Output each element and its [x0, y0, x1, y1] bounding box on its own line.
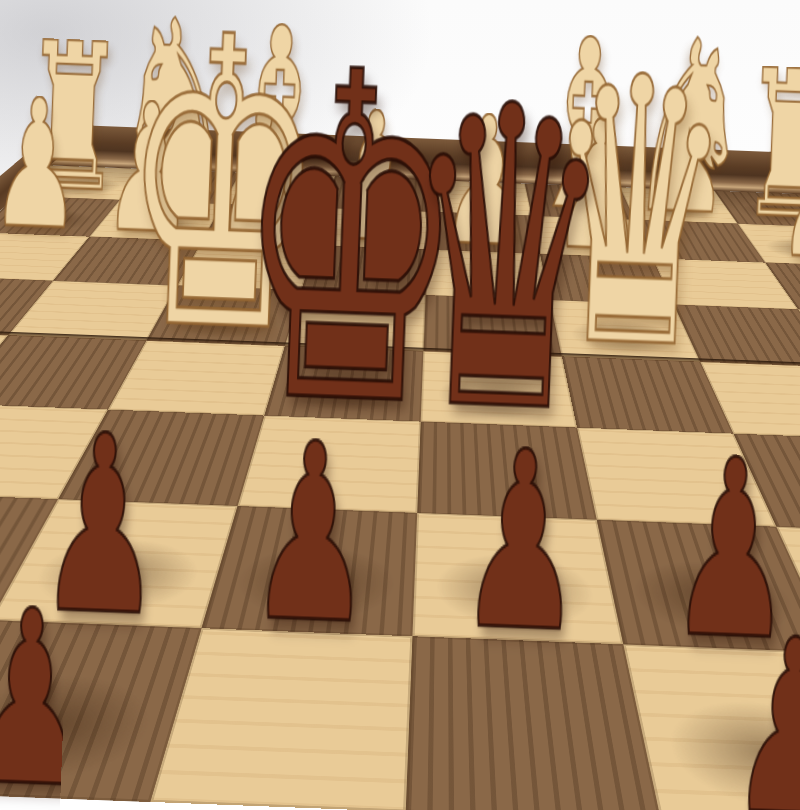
black-queen-e4[interactable]: ♛: [394, 95, 616, 427]
black-pawn-d2[interactable]: ♟: [246, 436, 377, 632]
board-stage: ♜♞♝♝♞♜♟♟♟♟♟♟♟♚♛♚♛♟♟♟♟♟♟: [21, 165, 800, 810]
square-f1[interactable]: ♟: [623, 644, 800, 810]
chess-board: ♜♞♝♝♞♜♟♟♟♟♟♟♟♚♛♚♛♟♟♟♟♟♟: [0, 165, 800, 810]
chess-photo-canvas: { "game": "chess", "scene": "Angled phot…: [0, 0, 800, 810]
chessboard-photo: ♜♞♝♝♞♜♟♟♟♟♟♟♟♚♛♚♛♟♟♟♟♟♟: [0, 0, 800, 810]
black-pawn-f1[interactable]: ♟: [727, 632, 800, 810]
square-e1[interactable]: [406, 636, 662, 810]
square-e2[interactable]: ♟: [412, 513, 623, 644]
black-pawn-e2[interactable]: ♟: [456, 444, 587, 640]
white-pawn-a7[interactable]: ♟: [0, 94, 84, 236]
square-d2[interactable]: ♟: [202, 506, 418, 636]
black-pawn-c1[interactable]: ♟: [0, 603, 92, 795]
square-c1[interactable]: ♟: [0, 620, 202, 802]
